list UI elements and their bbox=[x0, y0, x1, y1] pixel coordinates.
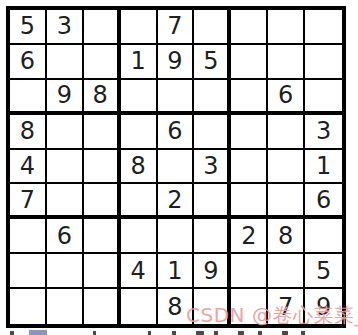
cell-r3c9[interactable] bbox=[305, 80, 342, 115]
cell-r9c9[interactable]: 9 bbox=[305, 289, 342, 324]
cell-r7c5[interactable] bbox=[158, 219, 195, 254]
cell-r3c4[interactable] bbox=[121, 80, 158, 115]
cell-r5c3[interactable] bbox=[84, 150, 121, 185]
cell-r8c4[interactable]: 4 bbox=[121, 254, 158, 289]
cell-r8c8[interactable] bbox=[268, 254, 305, 289]
cell-r5c4[interactable]: 8 bbox=[121, 150, 158, 185]
cell-r2c6[interactable]: 5 bbox=[194, 45, 231, 80]
cell-r9c6[interactable] bbox=[194, 289, 231, 324]
cell-r4c8[interactable] bbox=[268, 115, 305, 150]
cell-r1c6[interactable] bbox=[194, 10, 231, 45]
cell-r1c1[interactable]: 5 bbox=[10, 10, 47, 45]
cell-r6c6[interactable] bbox=[194, 184, 231, 219]
cell-r3c8[interactable]: 6 bbox=[268, 80, 305, 115]
cell-r8c9[interactable]: 5 bbox=[305, 254, 342, 289]
cell-r6c1[interactable]: 7 bbox=[10, 184, 47, 219]
cell-r2c5[interactable]: 9 bbox=[158, 45, 195, 80]
cell-r8c5[interactable]: 1 bbox=[158, 254, 195, 289]
cell-r6c9[interactable]: 6 bbox=[305, 184, 342, 219]
cell-r2c3[interactable] bbox=[84, 45, 121, 80]
cell-r2c2[interactable] bbox=[47, 45, 84, 80]
cell-r8c2[interactable] bbox=[47, 254, 84, 289]
cell-r3c1[interactable] bbox=[10, 80, 47, 115]
cell-r8c3[interactable] bbox=[84, 254, 121, 289]
cell-r1c2[interactable]: 3 bbox=[47, 10, 84, 45]
cell-r4c4[interactable] bbox=[121, 115, 158, 150]
cell-r2c9[interactable] bbox=[305, 45, 342, 80]
cell-r2c7[interactable] bbox=[231, 45, 268, 80]
cell-r1c3[interactable] bbox=[84, 10, 121, 45]
cell-r2c1[interactable]: 6 bbox=[10, 45, 47, 80]
cell-r1c7[interactable] bbox=[231, 10, 268, 45]
cell-r1c5[interactable]: 7 bbox=[158, 10, 195, 45]
cell-r7c3[interactable] bbox=[84, 219, 121, 254]
cell-r4c9[interactable]: 3 bbox=[305, 115, 342, 150]
cell-r7c4[interactable] bbox=[121, 219, 158, 254]
cell-r9c5[interactable]: 8 bbox=[158, 289, 195, 324]
cell-r7c7[interactable]: 2 bbox=[231, 219, 268, 254]
cell-r2c8[interactable] bbox=[268, 45, 305, 80]
cell-r5c2[interactable] bbox=[47, 150, 84, 185]
cell-r7c6[interactable] bbox=[194, 219, 231, 254]
cell-r4c7[interactable] bbox=[231, 115, 268, 150]
cell-r5c1[interactable]: 4 bbox=[10, 150, 47, 185]
cell-r4c6[interactable] bbox=[194, 115, 231, 150]
cell-r7c1[interactable] bbox=[10, 219, 47, 254]
cell-r5c5[interactable] bbox=[158, 150, 195, 185]
cell-r6c8[interactable] bbox=[268, 184, 305, 219]
sudoku-board: 537619598686348317266284195879 bbox=[6, 6, 346, 328]
cell-r9c1[interactable] bbox=[10, 289, 47, 324]
cell-r4c5[interactable]: 6 bbox=[158, 115, 195, 150]
cell-r3c6[interactable] bbox=[194, 80, 231, 115]
cell-r5c6[interactable]: 3 bbox=[194, 150, 231, 185]
cell-r3c7[interactable] bbox=[231, 80, 268, 115]
cell-r3c3[interactable]: 8 bbox=[84, 80, 121, 115]
cropped-caption-fragments bbox=[0, 329, 358, 335]
cell-r6c2[interactable] bbox=[47, 184, 84, 219]
cell-r2c4[interactable]: 1 bbox=[121, 45, 158, 80]
cell-r6c5[interactable]: 2 bbox=[158, 184, 195, 219]
cell-r7c8[interactable]: 8 bbox=[268, 219, 305, 254]
cell-r5c8[interactable] bbox=[268, 150, 305, 185]
cell-r9c3[interactable] bbox=[84, 289, 121, 324]
cell-r4c1[interactable]: 8 bbox=[10, 115, 47, 150]
cell-r3c2[interactable]: 9 bbox=[47, 80, 84, 115]
cell-r9c8[interactable]: 7 bbox=[268, 289, 305, 324]
cell-r9c2[interactable] bbox=[47, 289, 84, 324]
cell-r8c6[interactable]: 9 bbox=[194, 254, 231, 289]
cell-r8c7[interactable] bbox=[231, 254, 268, 289]
cell-r1c9[interactable] bbox=[305, 10, 342, 45]
cell-r9c7[interactable] bbox=[231, 289, 268, 324]
cell-r5c9[interactable]: 1 bbox=[305, 150, 342, 185]
cell-r1c4[interactable] bbox=[121, 10, 158, 45]
cell-r4c2[interactable] bbox=[47, 115, 84, 150]
cell-r9c4[interactable] bbox=[121, 289, 158, 324]
cell-r6c3[interactable] bbox=[84, 184, 121, 219]
cell-r8c1[interactable] bbox=[10, 254, 47, 289]
cell-r3c5[interactable] bbox=[158, 80, 195, 115]
cell-r7c9[interactable] bbox=[305, 219, 342, 254]
cell-r6c4[interactable] bbox=[121, 184, 158, 219]
cell-r7c2[interactable]: 6 bbox=[47, 219, 84, 254]
cell-r1c8[interactable] bbox=[268, 10, 305, 45]
cell-r5c7[interactable] bbox=[231, 150, 268, 185]
cell-r4c3[interactable] bbox=[84, 115, 121, 150]
cell-r6c7[interactable] bbox=[231, 184, 268, 219]
